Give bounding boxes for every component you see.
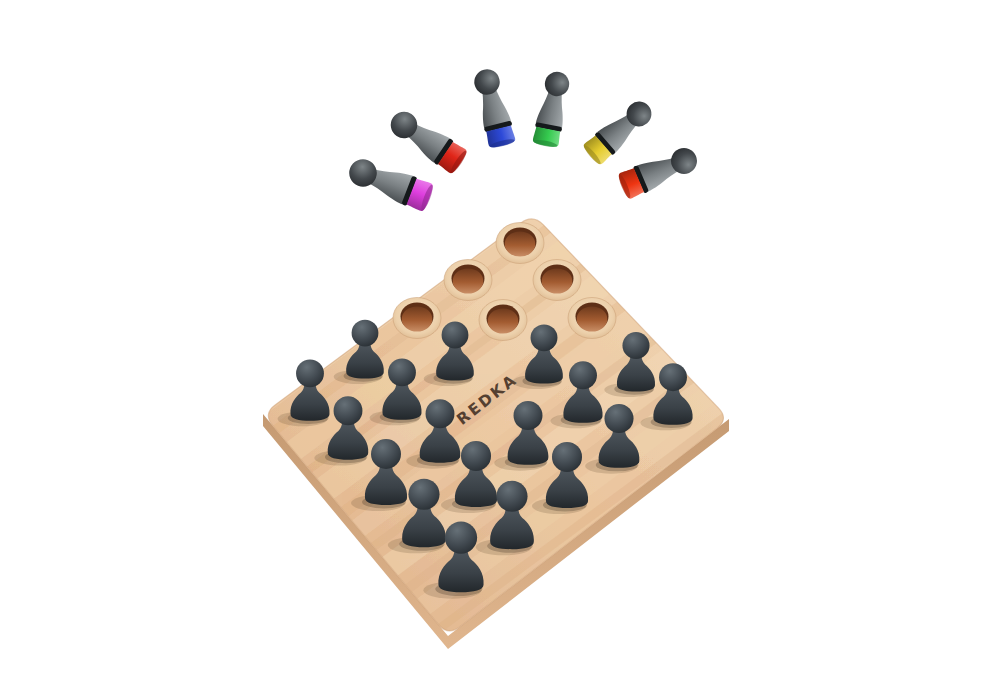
tray-peg-5-yellow[interactable] bbox=[581, 95, 657, 166]
tray-peg-1-magenta[interactable] bbox=[345, 154, 436, 213]
board-hole-r2c0[interactable] bbox=[393, 298, 441, 339]
board-hole-r0c2[interactable] bbox=[568, 298, 616, 339]
tray-peg-2-red[interactable] bbox=[385, 105, 470, 175]
board-canvas: REDKA bbox=[0, 0, 1000, 700]
board-hole-r0c1[interactable] bbox=[533, 260, 581, 301]
product-photo: REDKA bbox=[0, 0, 1000, 700]
board-hole-r1c0[interactable] bbox=[444, 260, 492, 301]
tray-peg-6-red[interactable] bbox=[616, 143, 701, 201]
tray-peg-3-blue[interactable] bbox=[470, 66, 516, 149]
board-hole-r1c1[interactable] bbox=[479, 300, 527, 341]
game-board bbox=[147, 110, 859, 700]
board-hole-r0c0[interactable] bbox=[496, 223, 544, 264]
tray-peg-4-green[interactable] bbox=[532, 69, 573, 148]
